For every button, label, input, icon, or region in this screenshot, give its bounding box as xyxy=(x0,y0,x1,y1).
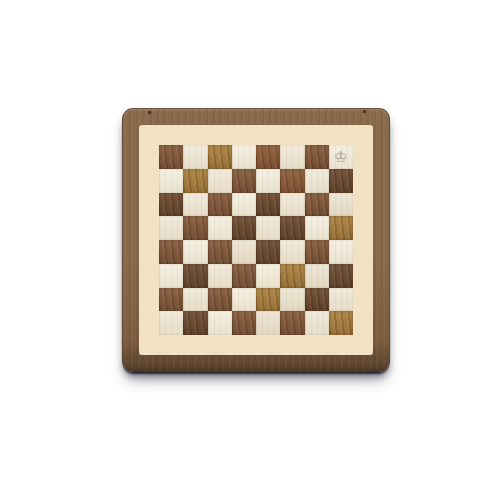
square-a7 xyxy=(159,169,183,193)
square-e6 xyxy=(256,193,280,217)
square-c5 xyxy=(208,216,232,240)
square-h4 xyxy=(329,240,353,264)
square-f1 xyxy=(280,311,304,335)
maple-inlay-border: ♔ xyxy=(139,125,373,355)
square-f6 xyxy=(280,193,304,217)
square-c1 xyxy=(208,311,232,335)
square-g4 xyxy=(305,240,329,264)
square-d2 xyxy=(232,288,256,312)
square-d4 xyxy=(232,240,256,264)
square-d7 xyxy=(232,169,256,193)
square-c7 xyxy=(208,169,232,193)
square-d5 xyxy=(232,216,256,240)
square-g7 xyxy=(305,169,329,193)
square-e4 xyxy=(256,240,280,264)
square-h3 xyxy=(329,264,353,288)
product-photo-background: ♔ xyxy=(0,0,500,500)
square-b1 xyxy=(183,311,207,335)
square-g5 xyxy=(305,216,329,240)
nail-hole-right-icon xyxy=(363,110,366,113)
square-f4 xyxy=(280,240,304,264)
square-h8: ♔ xyxy=(329,145,353,169)
square-a8 xyxy=(159,145,183,169)
square-h5 xyxy=(329,216,353,240)
square-d3 xyxy=(232,264,256,288)
square-b6 xyxy=(183,193,207,217)
square-b8 xyxy=(183,145,207,169)
square-h1 xyxy=(329,311,353,335)
square-f2 xyxy=(280,288,304,312)
nail-hole-left-icon xyxy=(148,111,151,114)
square-c8 xyxy=(208,145,232,169)
square-f7 xyxy=(280,169,304,193)
chess-board: ♔ xyxy=(122,108,390,372)
square-f3 xyxy=(280,264,304,288)
square-e2 xyxy=(256,288,280,312)
square-b3 xyxy=(183,264,207,288)
square-g8 xyxy=(305,145,329,169)
square-g2 xyxy=(305,288,329,312)
square-d8 xyxy=(232,145,256,169)
square-f8 xyxy=(280,145,304,169)
square-b4 xyxy=(183,240,207,264)
square-f5 xyxy=(280,216,304,240)
square-h6 xyxy=(329,193,353,217)
square-a4 xyxy=(159,240,183,264)
square-g1 xyxy=(305,311,329,335)
square-a1 xyxy=(159,311,183,335)
square-b2 xyxy=(183,288,207,312)
square-c6 xyxy=(208,193,232,217)
square-h7 xyxy=(329,169,353,193)
square-a5 xyxy=(159,216,183,240)
square-d1 xyxy=(232,311,256,335)
square-e1 xyxy=(256,311,280,335)
square-g6 xyxy=(305,193,329,217)
board-squares: ♔ xyxy=(159,145,353,335)
maker-stamp-icon: ♔ xyxy=(329,145,353,169)
square-b7 xyxy=(183,169,207,193)
square-a3 xyxy=(159,264,183,288)
square-c4 xyxy=(208,240,232,264)
square-b5 xyxy=(183,216,207,240)
square-a6 xyxy=(159,193,183,217)
square-e3 xyxy=(256,264,280,288)
square-h2 xyxy=(329,288,353,312)
square-e7 xyxy=(256,169,280,193)
square-c3 xyxy=(208,264,232,288)
square-d6 xyxy=(232,193,256,217)
square-e5 xyxy=(256,216,280,240)
square-g3 xyxy=(305,264,329,288)
square-c2 xyxy=(208,288,232,312)
square-e8 xyxy=(256,145,280,169)
square-a2 xyxy=(159,288,183,312)
